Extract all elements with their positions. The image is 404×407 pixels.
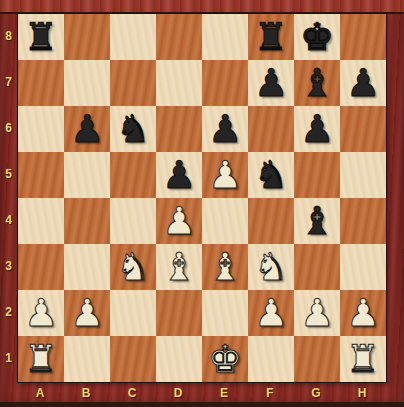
square-b1[interactable]	[64, 336, 110, 382]
square-g3[interactable]	[294, 244, 340, 290]
square-d5[interactable]: ♟	[156, 152, 202, 198]
square-g2[interactable]: ♟	[294, 290, 340, 336]
square-c2[interactable]	[110, 290, 156, 336]
piece-black-pawn[interactable]: ♟	[300, 106, 334, 152]
chess-board-frame: 87654321 ♜♜♚♟♝♟♟♞♟♟♟♟♞♟♝♞♝♝♞♟♟♟♟♟♜♚♜ ABC…	[0, 0, 404, 407]
rank-labels: 87654321	[0, 13, 17, 381]
square-e1[interactable]: ♚	[202, 336, 248, 382]
square-b8[interactable]	[64, 14, 110, 60]
square-e4[interactable]	[202, 198, 248, 244]
piece-white-pawn[interactable]: ♟	[300, 290, 334, 336]
piece-white-rook[interactable]: ♜	[346, 336, 380, 382]
piece-black-bishop[interactable]: ♝	[300, 60, 334, 106]
piece-white-king[interactable]: ♚	[208, 336, 242, 382]
file-label-e: E	[201, 383, 247, 402]
piece-black-pawn[interactable]: ♟	[70, 106, 104, 152]
square-b4[interactable]	[64, 198, 110, 244]
square-c6[interactable]: ♞	[110, 106, 156, 152]
piece-white-bishop[interactable]: ♝	[208, 244, 242, 290]
square-f1[interactable]	[248, 336, 294, 382]
rank-label-2: 2	[0, 289, 17, 335]
file-label-b: B	[63, 383, 109, 402]
square-b5[interactable]	[64, 152, 110, 198]
square-g1[interactable]	[294, 336, 340, 382]
square-a6[interactable]	[18, 106, 64, 152]
piece-black-king[interactable]: ♚	[300, 14, 334, 60]
square-a5[interactable]	[18, 152, 64, 198]
piece-white-bishop[interactable]: ♝	[162, 244, 196, 290]
square-a4[interactable]	[18, 198, 64, 244]
piece-white-knight[interactable]: ♞	[116, 244, 150, 290]
square-a8[interactable]: ♜	[18, 14, 64, 60]
square-e6[interactable]: ♟	[202, 106, 248, 152]
frame-bottom-strip	[0, 402, 404, 407]
rank-label-6: 6	[0, 105, 17, 151]
square-h1[interactable]: ♜	[340, 336, 386, 382]
square-a2[interactable]: ♟	[18, 290, 64, 336]
square-c4[interactable]	[110, 198, 156, 244]
square-d7[interactable]	[156, 60, 202, 106]
square-e2[interactable]	[202, 290, 248, 336]
rank-label-4: 4	[0, 197, 17, 243]
piece-white-pawn[interactable]: ♟	[70, 290, 104, 336]
square-f4[interactable]	[248, 198, 294, 244]
square-g6[interactable]: ♟	[294, 106, 340, 152]
file-label-d: D	[155, 383, 201, 402]
file-label-a: A	[17, 383, 63, 402]
file-label-c: C	[109, 383, 155, 402]
rank-label-3: 3	[0, 243, 17, 289]
square-h5[interactable]	[340, 152, 386, 198]
square-g5[interactable]	[294, 152, 340, 198]
square-f8[interactable]: ♜	[248, 14, 294, 60]
piece-black-pawn[interactable]: ♟	[254, 60, 288, 106]
square-a7[interactable]	[18, 60, 64, 106]
piece-white-pawn[interactable]: ♟	[162, 198, 196, 244]
chess-board[interactable]: ♜♜♚♟♝♟♟♞♟♟♟♟♞♟♝♞♝♝♞♟♟♟♟♟♜♚♜	[17, 13, 387, 383]
square-d1[interactable]	[156, 336, 202, 382]
piece-white-rook[interactable]: ♜	[24, 336, 58, 382]
piece-black-rook[interactable]: ♜	[254, 14, 288, 60]
square-h6[interactable]	[340, 106, 386, 152]
square-c8[interactable]	[110, 14, 156, 60]
piece-black-knight[interactable]: ♞	[116, 106, 150, 152]
square-d2[interactable]	[156, 290, 202, 336]
square-f3[interactable]: ♞	[248, 244, 294, 290]
piece-white-pawn[interactable]: ♟	[24, 290, 58, 336]
file-label-g: G	[293, 383, 339, 402]
square-h2[interactable]: ♟	[340, 290, 386, 336]
piece-white-pawn[interactable]: ♟	[346, 290, 380, 336]
piece-black-pawn[interactable]: ♟	[346, 60, 380, 106]
square-h3[interactable]	[340, 244, 386, 290]
rank-label-1: 1	[0, 335, 17, 381]
piece-black-bishop[interactable]: ♝	[300, 198, 334, 244]
square-e5[interactable]: ♟	[202, 152, 248, 198]
rank-label-8: 8	[0, 13, 17, 59]
piece-white-pawn[interactable]: ♟	[254, 290, 288, 336]
square-b3[interactable]	[64, 244, 110, 290]
square-e3[interactable]: ♝	[202, 244, 248, 290]
square-b2[interactable]: ♟	[64, 290, 110, 336]
piece-black-knight[interactable]: ♞	[254, 152, 288, 198]
square-f5[interactable]: ♞	[248, 152, 294, 198]
square-c5[interactable]	[110, 152, 156, 198]
square-g4[interactable]: ♝	[294, 198, 340, 244]
square-a3[interactable]	[18, 244, 64, 290]
file-label-h: H	[339, 383, 385, 402]
square-h4[interactable]	[340, 198, 386, 244]
file-label-f: F	[247, 383, 293, 402]
square-c7[interactable]	[110, 60, 156, 106]
piece-white-pawn[interactable]: ♟	[208, 152, 242, 198]
square-h8[interactable]	[340, 14, 386, 60]
rank-label-7: 7	[0, 59, 17, 105]
square-h7[interactable]: ♟	[340, 60, 386, 106]
square-a1[interactable]: ♜	[18, 336, 64, 382]
piece-black-pawn[interactable]: ♟	[208, 106, 242, 152]
square-b7[interactable]	[64, 60, 110, 106]
rank-label-5: 5	[0, 151, 17, 197]
square-b6[interactable]: ♟	[64, 106, 110, 152]
piece-black-pawn[interactable]: ♟	[162, 152, 196, 198]
frame-top-strip	[0, 0, 404, 14]
square-g7[interactable]: ♝	[294, 60, 340, 106]
square-e7[interactable]	[202, 60, 248, 106]
square-f2[interactable]: ♟	[248, 290, 294, 336]
square-e8[interactable]	[202, 14, 248, 60]
square-f6[interactable]	[248, 106, 294, 152]
square-f7[interactable]: ♟	[248, 60, 294, 106]
square-d3[interactable]: ♝	[156, 244, 202, 290]
square-c3[interactable]: ♞	[110, 244, 156, 290]
square-g8[interactable]: ♚	[294, 14, 340, 60]
file-labels: ABCDEFGH	[17, 383, 385, 402]
square-d8[interactable]	[156, 14, 202, 60]
square-c1[interactable]	[110, 336, 156, 382]
square-d6[interactable]	[156, 106, 202, 152]
piece-black-rook[interactable]: ♜	[24, 14, 58, 60]
piece-white-knight[interactable]: ♞	[254, 244, 288, 290]
square-d4[interactable]: ♟	[156, 198, 202, 244]
